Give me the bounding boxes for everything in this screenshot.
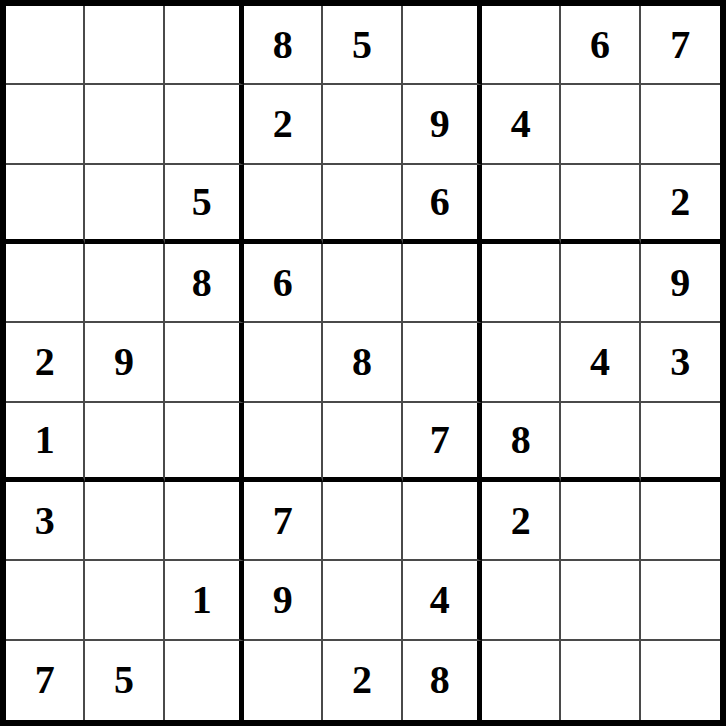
cell-r7c2[interactable] [85, 482, 164, 561]
cell-r8c9[interactable] [641, 561, 720, 640]
cell-r4c6[interactable] [403, 244, 482, 323]
cell-r1c7[interactable] [482, 6, 561, 85]
cell-r4c2[interactable] [85, 244, 164, 323]
cell-r4c7[interactable] [482, 244, 561, 323]
cell-r7c9[interactable] [641, 482, 720, 561]
cell-r2c9[interactable] [641, 85, 720, 164]
cell-r4c8[interactable] [561, 244, 640, 323]
cell-r3c2[interactable] [85, 165, 164, 244]
cell-r2c5[interactable] [323, 85, 402, 164]
cell-r3c9[interactable]: 2 [641, 165, 720, 244]
cell-r1c4[interactable]: 8 [244, 6, 323, 85]
cell-r3c6[interactable]: 6 [403, 165, 482, 244]
cell-r5c4[interactable] [244, 323, 323, 402]
cell-r3c5[interactable] [323, 165, 402, 244]
cell-r8c7[interactable] [482, 561, 561, 640]
cell-r7c7[interactable]: 2 [482, 482, 561, 561]
cell-r7c5[interactable] [323, 482, 402, 561]
cell-r5c2[interactable]: 9 [85, 323, 164, 402]
cell-r4c5[interactable] [323, 244, 402, 323]
cell-r3c3[interactable]: 5 [165, 165, 244, 244]
cell-r8c1[interactable] [6, 561, 85, 640]
cell-r9c4[interactable] [244, 641, 323, 720]
cell-r7c1[interactable]: 3 [6, 482, 85, 561]
cell-r8c2[interactable] [85, 561, 164, 640]
cell-r2c3[interactable] [165, 85, 244, 164]
cell-r1c6[interactable] [403, 6, 482, 85]
cell-r2c7[interactable]: 4 [482, 85, 561, 164]
cell-r5c3[interactable] [165, 323, 244, 402]
cell-r4c3[interactable]: 8 [165, 244, 244, 323]
cell-r4c9[interactable]: 9 [641, 244, 720, 323]
cell-r6c2[interactable] [85, 403, 164, 482]
cell-r6c3[interactable] [165, 403, 244, 482]
cell-r2c6[interactable]: 9 [403, 85, 482, 164]
cell-r9c2[interactable]: 5 [85, 641, 164, 720]
cell-r1c2[interactable] [85, 6, 164, 85]
cell-r6c9[interactable] [641, 403, 720, 482]
cell-r6c7[interactable]: 8 [482, 403, 561, 482]
cell-r9c9[interactable] [641, 641, 720, 720]
cell-r8c5[interactable] [323, 561, 402, 640]
cell-r3c1[interactable] [6, 165, 85, 244]
cell-r5c1[interactable]: 2 [6, 323, 85, 402]
cell-r9c3[interactable] [165, 641, 244, 720]
cell-r9c1[interactable]: 7 [6, 641, 85, 720]
cell-r1c9[interactable]: 7 [641, 6, 720, 85]
cell-r4c1[interactable] [6, 244, 85, 323]
cell-r1c5[interactable]: 5 [323, 6, 402, 85]
cell-r5c6[interactable] [403, 323, 482, 402]
cell-r3c8[interactable] [561, 165, 640, 244]
cell-r7c6[interactable] [403, 482, 482, 561]
cell-r3c7[interactable] [482, 165, 561, 244]
cell-r7c8[interactable] [561, 482, 640, 561]
cell-r9c5[interactable]: 2 [323, 641, 402, 720]
cell-r9c6[interactable]: 8 [403, 641, 482, 720]
cell-r8c8[interactable] [561, 561, 640, 640]
cell-r5c8[interactable]: 4 [561, 323, 640, 402]
cell-r9c8[interactable] [561, 641, 640, 720]
cell-r7c4[interactable]: 7 [244, 482, 323, 561]
cell-r2c8[interactable] [561, 85, 640, 164]
cell-r2c1[interactable] [6, 85, 85, 164]
cell-r5c5[interactable]: 8 [323, 323, 402, 402]
cell-r9c7[interactable] [482, 641, 561, 720]
cell-r1c3[interactable] [165, 6, 244, 85]
sudoku-puzzle: 8567294562869298431783721947528 [0, 0, 726, 726]
cell-r3c4[interactable] [244, 165, 323, 244]
cell-r8c6[interactable]: 4 [403, 561, 482, 640]
cell-r1c1[interactable] [6, 6, 85, 85]
cell-r2c4[interactable]: 2 [244, 85, 323, 164]
cell-r7c3[interactable] [165, 482, 244, 561]
cell-r8c4[interactable]: 9 [244, 561, 323, 640]
cell-r6c5[interactable] [323, 403, 402, 482]
cell-r5c9[interactable]: 3 [641, 323, 720, 402]
cell-r4c4[interactable]: 6 [244, 244, 323, 323]
cell-r2c2[interactable] [85, 85, 164, 164]
cell-r5c7[interactable] [482, 323, 561, 402]
cell-r1c8[interactable]: 6 [561, 6, 640, 85]
cell-r6c1[interactable]: 1 [6, 403, 85, 482]
cell-r6c8[interactable] [561, 403, 640, 482]
cell-r6c4[interactable] [244, 403, 323, 482]
cell-r8c3[interactable]: 1 [165, 561, 244, 640]
cell-r6c6[interactable]: 7 [403, 403, 482, 482]
sudoku-board: 8567294562869298431783721947528 [0, 0, 726, 726]
